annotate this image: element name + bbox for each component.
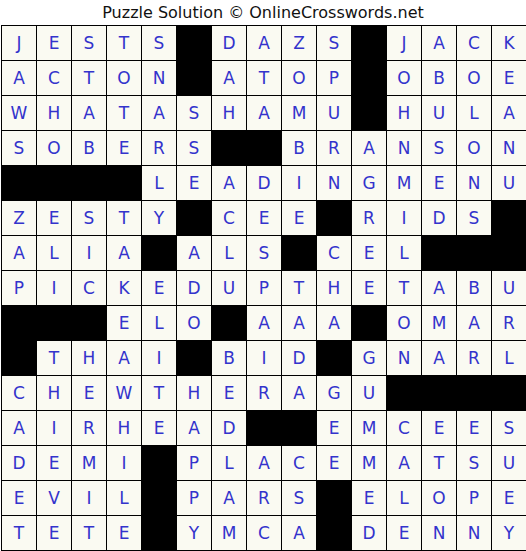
grid-cell-r14c3: I <box>72 481 106 515</box>
grid-cell-r7c1: A <box>2 236 36 270</box>
grid-cell-r5c14: N <box>457 166 491 200</box>
grid-cell-r9c15: R <box>492 306 526 340</box>
grid-cell-r4c11: A <box>352 131 386 165</box>
grid-cell-r6c1: Z <box>2 201 36 235</box>
grid-cell-r10c2: T <box>37 341 71 375</box>
grid-cell-r10c12: N <box>387 341 421 375</box>
grid-cell-r6c11: R <box>352 201 386 235</box>
grid-cell-r4c13: S <box>422 131 456 165</box>
grid-cell-r6c8: E <box>247 201 281 235</box>
grid-cell-r2c13: B <box>422 61 456 95</box>
grid-cell-r1c8: A <box>247 26 281 60</box>
grid-cell-r12c11: M <box>352 411 386 445</box>
grid-cell-r14c4: L <box>107 481 141 515</box>
black-cell-r4c8 <box>247 131 281 165</box>
grid-cell-r8c9: T <box>282 271 316 305</box>
grid-cell-r4c3: B <box>72 131 106 165</box>
black-cell-r11c14 <box>457 376 491 410</box>
grid-cell-r9c12: O <box>387 306 421 340</box>
grid-cell-r13c3: M <box>72 446 106 480</box>
grid-cell-r1c1: J <box>2 26 36 60</box>
grid-cell-r8c8: P <box>247 271 281 305</box>
grid-cell-r3c3: A <box>72 96 106 130</box>
grid-cell-r12c3: R <box>72 411 106 445</box>
grid-cell-r7c7: L <box>212 236 246 270</box>
black-cell-r2c6 <box>177 61 211 95</box>
grid-cell-r2c3: T <box>72 61 106 95</box>
grid-cell-r15c11: D <box>352 516 386 550</box>
black-cell-r13c5 <box>142 446 176 480</box>
grid-cell-r2c5: N <box>142 61 176 95</box>
grid-cell-r10c11: G <box>352 341 386 375</box>
grid-cell-r14c7: A <box>212 481 246 515</box>
grid-cell-r6c5: Y <box>142 201 176 235</box>
grid-cell-r15c12: E <box>387 516 421 550</box>
grid-cell-r15c7: M <box>212 516 246 550</box>
grid-cell-r8c3: C <box>72 271 106 305</box>
grid-cell-r14c9: S <box>282 481 316 515</box>
grid-cell-r4c4: E <box>107 131 141 165</box>
grid-cell-r13c6: P <box>177 446 211 480</box>
grid-cell-r3c4: T <box>107 96 141 130</box>
grid-cell-r14c1: E <box>2 481 36 515</box>
grid-cell-r10c13: A <box>422 341 456 375</box>
grid-cell-r6c7: C <box>212 201 246 235</box>
grid-cell-r2c8: T <box>247 61 281 95</box>
grid-cell-r11c9: A <box>282 376 316 410</box>
grid-cell-r1c13: A <box>422 26 456 60</box>
grid-cell-r4c1: S <box>2 131 36 165</box>
grid-cell-r3c1: W <box>2 96 36 130</box>
black-cell-r7c14 <box>457 236 491 270</box>
grid-cell-r9c13: M <box>422 306 456 340</box>
grid-cell-r11c6: H <box>177 376 211 410</box>
grid-cell-r13c15: U <box>492 446 526 480</box>
black-cell-r10c10 <box>317 341 351 375</box>
grid-cell-r15c3: T <box>72 516 106 550</box>
grid-cell-r1c2: E <box>37 26 71 60</box>
black-cell-r14c5 <box>142 481 176 515</box>
grid-cell-r15c2: E <box>37 516 71 550</box>
black-cell-r5c2 <box>37 166 71 200</box>
grid-cell-r5c7: A <box>212 166 246 200</box>
grid-cell-r2c2: C <box>37 61 71 95</box>
black-cell-r1c11 <box>352 26 386 60</box>
grid-cell-r8c6: D <box>177 271 211 305</box>
grid-cell-r3c8: A <box>247 96 281 130</box>
grid-cell-r4c10: R <box>317 131 351 165</box>
black-cell-r11c12 <box>387 376 421 410</box>
grid-cell-r13c9: C <box>282 446 316 480</box>
black-cell-r4c7 <box>212 131 246 165</box>
grid-cell-r4c5: R <box>142 131 176 165</box>
grid-cell-r11c1: C <box>2 376 36 410</box>
black-cell-r9c11 <box>352 306 386 340</box>
grid-cell-r14c15: E <box>492 481 526 515</box>
grid-cell-r5c11: G <box>352 166 386 200</box>
grid-cell-r14c12: L <box>387 481 421 515</box>
grid-cell-r8c14: B <box>457 271 491 305</box>
grid-cell-r6c12: I <box>387 201 421 235</box>
grid-cell-r2c15: E <box>492 61 526 95</box>
grid-cell-r1c12: J <box>387 26 421 60</box>
grid-cell-r9c14: A <box>457 306 491 340</box>
grid-cell-r4c14: O <box>457 131 491 165</box>
black-cell-r7c15 <box>492 236 526 270</box>
grid-cell-r6c14: S <box>457 201 491 235</box>
black-cell-r3c11 <box>352 96 386 130</box>
grid-cell-r12c14: E <box>457 411 491 445</box>
grid-cell-r15c14: N <box>457 516 491 550</box>
grid-cell-r15c9: A <box>282 516 316 550</box>
grid-cell-r11c3: E <box>72 376 106 410</box>
grid-cell-r7c4: A <box>107 236 141 270</box>
grid-cell-r6c4: T <box>107 201 141 235</box>
grid-cell-r10c14: R <box>457 341 491 375</box>
grid-cell-r13c13: T <box>422 446 456 480</box>
black-cell-r9c7 <box>212 306 246 340</box>
black-cell-r14c10 <box>317 481 351 515</box>
grid-cell-r1c3: S <box>72 26 106 60</box>
grid-cell-r3c5: A <box>142 96 176 130</box>
black-cell-r5c3 <box>72 166 106 200</box>
grid-cell-r4c15: N <box>492 131 526 165</box>
grid-cell-r13c10: E <box>317 446 351 480</box>
grid-cell-r12c1: A <box>2 411 36 445</box>
grid-cell-r9c9: A <box>282 306 316 340</box>
grid-cell-r5c6: E <box>177 166 211 200</box>
black-cell-r10c1 <box>2 341 36 375</box>
grid-cell-r8c1: P <box>2 271 36 305</box>
grid-cell-r12c2: I <box>37 411 71 445</box>
grid-container: JESTSDAZSJACKACTONATOPOBOEWHATASHAMUHULA… <box>1 25 525 551</box>
grid-cell-r14c14: P <box>457 481 491 515</box>
grid-cell-r14c13: O <box>422 481 456 515</box>
black-cell-r9c2 <box>37 306 71 340</box>
grid-cell-r1c7: D <box>212 26 246 60</box>
grid-cell-r10c9: D <box>282 341 316 375</box>
black-cell-r12c8 <box>247 411 281 445</box>
grid-cell-r7c8: S <box>247 236 281 270</box>
grid-cell-r2c9: O <box>282 61 316 95</box>
grid-cell-r15c8: C <box>247 516 281 550</box>
grid-cell-r6c2: E <box>37 201 71 235</box>
grid-cell-r13c12: A <box>387 446 421 480</box>
grid-cell-r9c4: E <box>107 306 141 340</box>
grid-cell-r7c10: C <box>317 236 351 270</box>
grid-cell-r8c15: U <box>492 271 526 305</box>
grid-cell-r4c12: N <box>387 131 421 165</box>
grid-cell-r15c1: T <box>2 516 36 550</box>
grid-cell-r2c14: O <box>457 61 491 95</box>
grid-cell-r9c10: A <box>317 306 351 340</box>
grid-cell-r13c4: I <box>107 446 141 480</box>
grid-cell-r7c3: I <box>72 236 106 270</box>
black-cell-r2c11 <box>352 61 386 95</box>
grid-cell-r9c5: L <box>142 306 176 340</box>
grid-cell-r8c10: H <box>317 271 351 305</box>
black-cell-r12c9 <box>282 411 316 445</box>
grid-cell-r13c14: S <box>457 446 491 480</box>
grid-cell-r1c4: T <box>107 26 141 60</box>
grid-cell-r11c8: R <box>247 376 281 410</box>
grid-cell-r1c15: K <box>492 26 526 60</box>
grid-cell-r3c14: L <box>457 96 491 130</box>
grid-cell-r13c8: A <box>247 446 281 480</box>
grid-cell-r3c2: H <box>37 96 71 130</box>
black-cell-r15c5 <box>142 516 176 550</box>
grid-cell-r1c14: C <box>457 26 491 60</box>
black-cell-r1c6 <box>177 26 211 60</box>
grid-cell-r4c2: O <box>37 131 71 165</box>
grid-cell-r8c7: U <box>212 271 246 305</box>
grid-cell-r11c10: G <box>317 376 351 410</box>
black-cell-r6c15 <box>492 201 526 235</box>
grid-cell-r11c4: W <box>107 376 141 410</box>
grid-cell-r1c10: S <box>317 26 351 60</box>
grid-cell-r12c13: E <box>422 411 456 445</box>
grid-cell-r10c7: B <box>212 341 246 375</box>
black-cell-r7c5 <box>142 236 176 270</box>
grid-cell-r8c13: A <box>422 271 456 305</box>
grid-cell-r5c13: E <box>422 166 456 200</box>
black-cell-r6c6 <box>177 201 211 235</box>
grid-cell-r3c12: H <box>387 96 421 130</box>
grid-cell-r13c11: M <box>352 446 386 480</box>
grid-cell-r4c6: S <box>177 131 211 165</box>
grid-cell-r1c9: Z <box>282 26 316 60</box>
grid-cell-r14c6: P <box>177 481 211 515</box>
grid-cell-r2c1: A <box>2 61 36 95</box>
grid-cell-r6c9: E <box>282 201 316 235</box>
grid-cell-r8c5: E <box>142 271 176 305</box>
grid-cell-r7c11: E <box>352 236 386 270</box>
grid-cell-r2c10: P <box>317 61 351 95</box>
grid-cell-r10c8: I <box>247 341 281 375</box>
grid-cell-r11c5: T <box>142 376 176 410</box>
grid-cell-r13c7: L <box>212 446 246 480</box>
black-cell-r7c13 <box>422 236 456 270</box>
crossword-grid: JESTSDAZSJACKACTONATOPOBOEWHATASHAMUHULA… <box>1 25 526 551</box>
grid-cell-r15c13: N <box>422 516 456 550</box>
grid-cell-r5c5: L <box>142 166 176 200</box>
grid-cell-r15c6: Y <box>177 516 211 550</box>
grid-cell-r2c7: A <box>212 61 246 95</box>
grid-cell-r10c5: I <box>142 341 176 375</box>
grid-cell-r2c4: O <box>107 61 141 95</box>
grid-cell-r12c5: E <box>142 411 176 445</box>
black-cell-r5c4 <box>107 166 141 200</box>
grid-cell-r3c15: A <box>492 96 526 130</box>
grid-cell-r3c13: U <box>422 96 456 130</box>
grid-cell-r1c5: S <box>142 26 176 60</box>
grid-cell-r12c4: H <box>107 411 141 445</box>
grid-cell-r12c7: D <box>212 411 246 445</box>
grid-cell-r9c6: O <box>177 306 211 340</box>
grid-cell-r7c6: A <box>177 236 211 270</box>
grid-cell-r12c6: A <box>177 411 211 445</box>
black-cell-r7c9 <box>282 236 316 270</box>
grid-cell-r5c15: U <box>492 166 526 200</box>
black-cell-r5c1 <box>2 166 36 200</box>
grid-cell-r12c10: E <box>317 411 351 445</box>
grid-cell-r13c1: D <box>2 446 36 480</box>
grid-cell-r10c4: A <box>107 341 141 375</box>
grid-cell-r3c9: M <box>282 96 316 130</box>
grid-cell-r6c3: S <box>72 201 106 235</box>
grid-cell-r2c12: O <box>387 61 421 95</box>
black-cell-r11c15 <box>492 376 526 410</box>
grid-cell-r15c4: E <box>107 516 141 550</box>
grid-cell-r5c12: M <box>387 166 421 200</box>
grid-cell-r7c12: L <box>387 236 421 270</box>
black-cell-r11c13 <box>422 376 456 410</box>
grid-cell-r12c12: C <box>387 411 421 445</box>
grid-cell-r8c2: I <box>37 271 71 305</box>
grid-cell-r10c3: H <box>72 341 106 375</box>
black-cell-r6c10 <box>317 201 351 235</box>
grid-cell-r11c2: H <box>37 376 71 410</box>
grid-cell-r7c2: L <box>37 236 71 270</box>
black-cell-r10c6 <box>177 341 211 375</box>
grid-cell-r5c9: I <box>282 166 316 200</box>
grid-cell-r11c11: U <box>352 376 386 410</box>
grid-cell-r3c7: H <box>212 96 246 130</box>
black-cell-r9c1 <box>2 306 36 340</box>
grid-cell-r14c11: E <box>352 481 386 515</box>
black-cell-r9c3 <box>72 306 106 340</box>
grid-cell-r5c10: N <box>317 166 351 200</box>
grid-cell-r14c8: R <box>247 481 281 515</box>
grid-cell-r3c6: S <box>177 96 211 130</box>
grid-cell-r15c15: Y <box>492 516 526 550</box>
grid-cell-r8c4: K <box>107 271 141 305</box>
grid-cell-r8c11: E <box>352 271 386 305</box>
grid-cell-r3c10: U <box>317 96 351 130</box>
grid-cell-r5c8: D <box>247 166 281 200</box>
grid-cell-r14c2: V <box>37 481 71 515</box>
grid-cell-r6c13: D <box>422 201 456 235</box>
grid-cell-r9c8: A <box>247 306 281 340</box>
grid-cell-r8c12: T <box>387 271 421 305</box>
grid-cell-r10c15: L <box>492 341 526 375</box>
grid-cell-r11c7: E <box>212 376 246 410</box>
grid-cell-r4c9: B <box>282 131 316 165</box>
grid-cell-r13c2: E <box>37 446 71 480</box>
black-cell-r15c10 <box>317 516 351 550</box>
page-title: Puzzle Solution © OnlineCrosswords.net <box>0 0 526 25</box>
grid-cell-r12c15: S <box>492 411 526 445</box>
